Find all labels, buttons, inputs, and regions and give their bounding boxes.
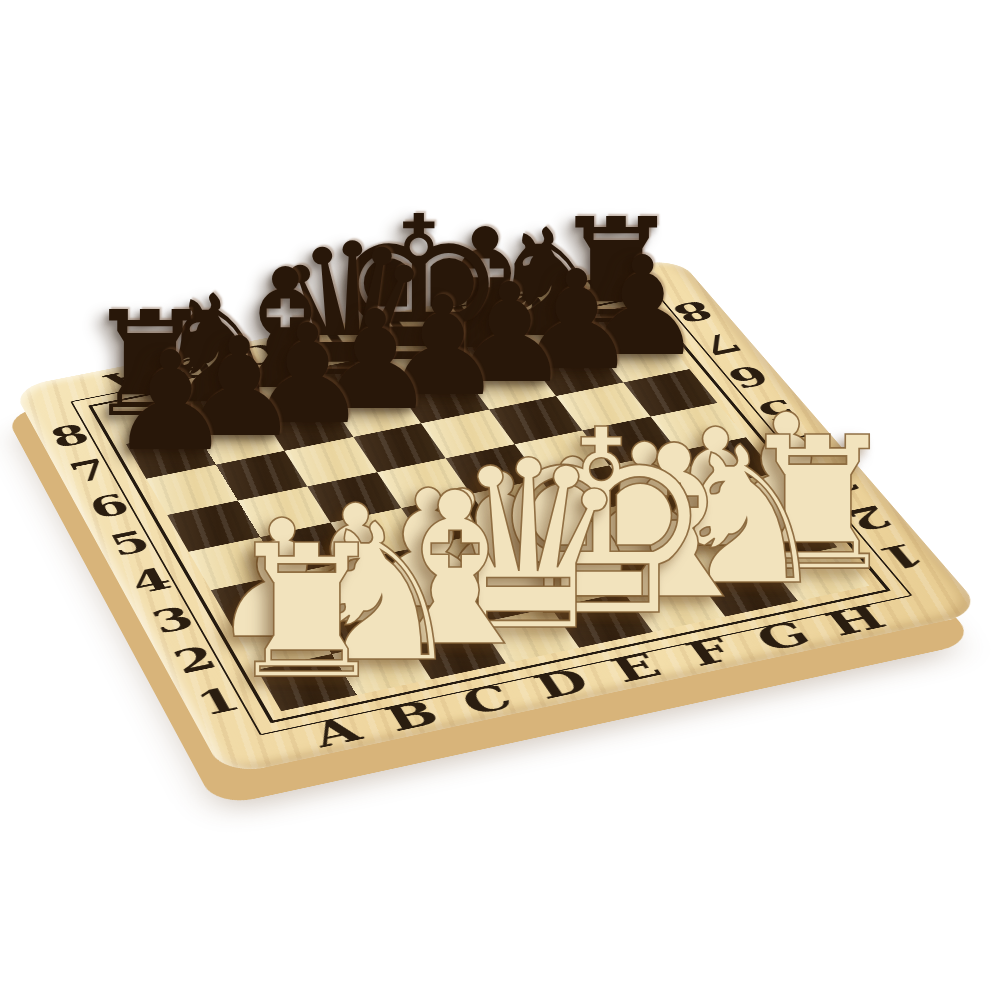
chess-board: AABBCCDDEEFFGGHH1122334455667788 <box>12 257 985 776</box>
photo-scene: AABBCCDDEEFFGGHH1122334455667788 ♜♞♝♟♚♟♛… <box>0 0 1000 1000</box>
